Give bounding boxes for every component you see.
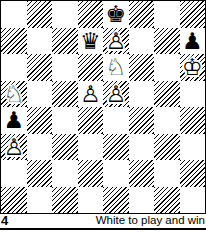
square-c8[interactable]	[52, 1, 78, 28]
caption-bar: 4 White to play and win	[1, 214, 205, 227]
square-c5[interactable]	[52, 81, 78, 108]
square-d4[interactable]	[78, 107, 104, 134]
square-c3[interactable]	[52, 134, 78, 161]
puzzle-number: 4	[1, 214, 8, 227]
square-h8[interactable]	[180, 1, 206, 28]
black-pawn: ♟	[1, 107, 27, 134]
square-d7[interactable]: ♛	[78, 28, 104, 55]
square-h6[interactable]: ♚♔	[180, 54, 206, 81]
black-queen: ♛	[78, 28, 104, 55]
square-e1[interactable]	[103, 187, 129, 214]
square-d8[interactable]	[78, 1, 104, 28]
white-knight-outline: ♘	[1, 81, 27, 108]
square-c1[interactable]	[52, 187, 78, 214]
square-d1[interactable]	[78, 187, 104, 214]
square-f3[interactable]	[129, 134, 155, 161]
square-g7[interactable]	[154, 28, 180, 55]
white-pawn-outline: ♙	[78, 81, 104, 108]
square-c2[interactable]	[52, 160, 78, 187]
square-h4[interactable]	[180, 107, 206, 134]
square-h5[interactable]	[180, 81, 206, 108]
square-a7[interactable]	[1, 28, 27, 55]
square-b4[interactable]	[27, 107, 53, 134]
square-b8[interactable]	[27, 1, 53, 28]
square-a8[interactable]	[1, 1, 27, 28]
white-knight-outline: ♘	[103, 54, 129, 81]
square-c6[interactable]	[52, 54, 78, 81]
square-a6[interactable]	[1, 54, 27, 81]
square-f2[interactable]	[129, 160, 155, 187]
square-d2[interactable]	[78, 160, 104, 187]
square-c4[interactable]	[52, 107, 78, 134]
square-f7[interactable]	[129, 28, 155, 55]
square-e2[interactable]	[103, 160, 129, 187]
square-f8[interactable]	[129, 1, 155, 28]
black-king: ♚	[103, 1, 129, 28]
square-g3[interactable]	[154, 134, 180, 161]
square-g5[interactable]	[154, 81, 180, 108]
square-b2[interactable]	[27, 160, 53, 187]
square-b3[interactable]	[27, 134, 53, 161]
square-h3[interactable]	[180, 134, 206, 161]
square-f5[interactable]	[129, 81, 155, 108]
square-g4[interactable]	[154, 107, 180, 134]
square-d3[interactable]	[78, 134, 104, 161]
square-h2[interactable]	[180, 160, 206, 187]
white-pawn-outline: ♙	[1, 134, 27, 161]
square-e8[interactable]: ♚	[103, 1, 129, 28]
square-c7[interactable]	[52, 28, 78, 55]
square-e6[interactable]: ♞♘	[103, 54, 129, 81]
square-b1[interactable]	[27, 187, 53, 214]
square-a4[interactable]: ♟	[1, 107, 27, 134]
square-e4[interactable]	[103, 107, 129, 134]
square-g1[interactable]	[154, 187, 180, 214]
square-b5[interactable]	[27, 81, 53, 108]
square-f6[interactable]	[129, 54, 155, 81]
square-e5[interactable]: ♟♙	[103, 81, 129, 108]
square-a5[interactable]: ♞♘	[1, 81, 27, 108]
square-d5[interactable]: ♟♙	[78, 81, 104, 108]
square-b7[interactable]	[27, 28, 53, 55]
square-a2[interactable]	[1, 160, 27, 187]
chess-puzzle-diagram: ♚♛♟♙♟♞♘♚♔♞♘♟♙♟♙♟♟♙ 4 White to play and w…	[0, 0, 206, 232]
square-h7[interactable]: ♟	[180, 28, 206, 55]
square-g6[interactable]	[154, 54, 180, 81]
bottom-divider	[0, 228, 206, 230]
white-king-outline: ♔	[180, 54, 206, 81]
chess-board: ♚♛♟♙♟♞♘♚♔♞♘♟♙♟♙♟♟♙	[0, 0, 206, 214]
square-f4[interactable]	[129, 107, 155, 134]
square-a1[interactable]	[1, 187, 27, 214]
puzzle-instruction: White to play and win	[96, 214, 205, 227]
white-pawn-outline: ♙	[103, 81, 129, 108]
square-g2[interactable]	[154, 160, 180, 187]
square-d6[interactable]	[78, 54, 104, 81]
square-f1[interactable]	[129, 187, 155, 214]
white-pawn-outline: ♙	[103, 28, 129, 55]
square-b6[interactable]	[27, 54, 53, 81]
black-pawn: ♟	[180, 28, 206, 55]
square-e7[interactable]: ♟♙	[103, 28, 129, 55]
square-e3[interactable]	[103, 134, 129, 161]
square-a3[interactable]: ♟♙	[1, 134, 27, 161]
square-h1[interactable]	[180, 187, 206, 214]
square-g8[interactable]	[154, 1, 180, 28]
